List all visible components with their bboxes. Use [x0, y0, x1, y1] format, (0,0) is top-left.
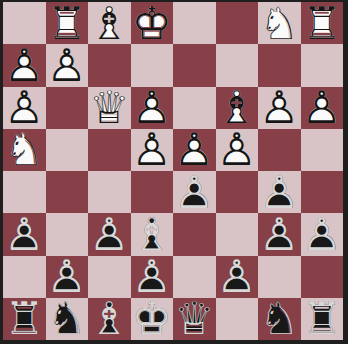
square-f3[interactable]: ♛♕ [88, 87, 131, 129]
white-pawn: ♟♙ [131, 129, 174, 171]
piece-glyph-outline: ♗ [88, 2, 131, 44]
piece-glyph-fill: ♟ [301, 87, 344, 129]
square-d6[interactable] [173, 213, 216, 255]
piece-glyph-outline: ♙ [216, 129, 259, 171]
black-pawn: ♟♙ [173, 171, 216, 213]
piece-glyph-fill: ♟ [216, 129, 259, 171]
piece-glyph-outline: ♖ [301, 2, 344, 44]
black-queen: ♛♕ [173, 298, 216, 340]
piece-glyph-fill: ♝ [216, 87, 259, 129]
piece-glyph-outline: ♙ [46, 256, 89, 298]
piece-glyph-outline: ♙ [131, 129, 174, 171]
white-pawn: ♟♙ [173, 129, 216, 171]
square-e2[interactable] [131, 44, 174, 86]
square-c6[interactable] [216, 213, 259, 255]
piece-glyph-outline: ♖ [3, 298, 46, 340]
piece-glyph-outline: ♘ [258, 2, 301, 44]
square-g6[interactable] [46, 213, 89, 255]
piece-glyph-fill: ♟ [173, 171, 216, 213]
square-c7[interactable]: ♟♙ [216, 256, 259, 298]
square-a6[interactable]: ♟♙ [301, 213, 344, 255]
square-d2[interactable] [173, 44, 216, 86]
black-rook: ♜♖ [3, 298, 46, 340]
white-pawn: ♟♙ [216, 129, 259, 171]
square-d3[interactable] [173, 87, 216, 129]
square-g5[interactable] [46, 171, 89, 213]
square-b6[interactable]: ♟♙ [258, 213, 301, 255]
square-e5[interactable] [131, 171, 174, 213]
black-pawn: ♟♙ [131, 256, 174, 298]
piece-glyph-outline: ♗ [216, 87, 259, 129]
square-c4[interactable]: ♟♙ [216, 129, 259, 171]
piece-glyph-outline: ♙ [173, 129, 216, 171]
square-f2[interactable] [88, 44, 131, 86]
piece-glyph-outline: ♘ [46, 298, 89, 340]
white-knight: ♞♘ [3, 129, 46, 171]
black-pawn: ♟♙ [216, 256, 259, 298]
square-f5[interactable] [88, 171, 131, 213]
white-bishop: ♝♗ [88, 2, 131, 44]
square-a3[interactable]: ♟♙ [301, 87, 344, 129]
square-b1[interactable]: ♞♘ [258, 2, 301, 44]
square-g2[interactable]: ♟♙ [46, 44, 89, 86]
square-e1[interactable]: ♚♔ [131, 2, 174, 44]
square-f8[interactable]: ♝♗ [88, 298, 131, 340]
piece-glyph-outline: ♙ [3, 213, 46, 255]
piece-glyph-fill: ♟ [131, 87, 174, 129]
black-pawn: ♟♙ [3, 213, 46, 255]
black-bishop: ♝♗ [88, 298, 131, 340]
square-e8[interactable]: ♚♔ [131, 298, 174, 340]
white-pawn: ♟♙ [3, 44, 46, 86]
piece-glyph-outline: ♙ [131, 87, 174, 129]
piece-glyph-fill: ♟ [258, 213, 301, 255]
white-pawn: ♟♙ [258, 87, 301, 129]
piece-glyph-outline: ♙ [46, 44, 89, 86]
square-g7[interactable]: ♟♙ [46, 256, 89, 298]
piece-glyph-fill: ♞ [3, 129, 46, 171]
white-pawn: ♟♙ [301, 87, 344, 129]
piece-glyph-fill: ♜ [301, 298, 344, 340]
square-f1[interactable]: ♝♗ [88, 2, 131, 44]
square-h3[interactable]: ♟♙ [3, 87, 46, 129]
square-a2[interactable] [301, 44, 344, 86]
square-d8[interactable]: ♛♕ [173, 298, 216, 340]
piece-glyph-outline: ♗ [88, 298, 131, 340]
piece-glyph-fill: ♟ [216, 256, 259, 298]
square-e6[interactable]: ♝♗ [131, 213, 174, 255]
square-g3[interactable] [46, 87, 89, 129]
piece-glyph-fill: ♟ [46, 256, 89, 298]
white-knight: ♞♘ [258, 2, 301, 44]
piece-glyph-fill: ♚ [131, 298, 174, 340]
black-pawn: ♟♙ [258, 213, 301, 255]
square-f7[interactable] [88, 256, 131, 298]
white-pawn: ♟♙ [131, 87, 174, 129]
black-pawn: ♟♙ [258, 171, 301, 213]
black-bishop: ♝♗ [131, 213, 174, 255]
black-knight: ♞♘ [46, 298, 89, 340]
piece-glyph-fill: ♟ [46, 44, 89, 86]
piece-glyph-fill: ♞ [258, 2, 301, 44]
piece-glyph-fill: ♝ [88, 2, 131, 44]
piece-glyph-fill: ♟ [131, 256, 174, 298]
piece-glyph-outline: ♙ [301, 213, 344, 255]
square-h8[interactable]: ♜♖ [3, 298, 46, 340]
piece-glyph-fill: ♚ [131, 2, 174, 44]
white-bishop: ♝♗ [216, 87, 259, 129]
piece-glyph-outline: ♔ [131, 2, 174, 44]
piece-glyph-outline: ♕ [173, 298, 216, 340]
piece-glyph-outline: ♙ [301, 87, 344, 129]
square-g4[interactable] [46, 129, 89, 171]
piece-glyph-fill: ♟ [173, 129, 216, 171]
square-h4[interactable]: ♞♘ [3, 129, 46, 171]
white-pawn: ♟♙ [46, 44, 89, 86]
square-h7[interactable] [3, 256, 46, 298]
square-c8[interactable] [216, 298, 259, 340]
piece-glyph-outline: ♘ [258, 298, 301, 340]
square-e3[interactable]: ♟♙ [131, 87, 174, 129]
piece-glyph-outline: ♙ [3, 44, 46, 86]
square-b4[interactable] [258, 129, 301, 171]
piece-glyph-fill: ♟ [3, 213, 46, 255]
white-pawn: ♟♙ [3, 87, 46, 129]
square-g1[interactable]: ♜♖ [46, 2, 89, 44]
piece-glyph-fill: ♟ [3, 44, 46, 86]
black-rook: ♜♖ [301, 298, 344, 340]
square-b5[interactable]: ♟♙ [258, 171, 301, 213]
piece-glyph-outline: ♖ [46, 2, 89, 44]
square-c2[interactable] [216, 44, 259, 86]
piece-glyph-fill: ♟ [3, 87, 46, 129]
square-b7[interactable] [258, 256, 301, 298]
piece-glyph-fill: ♞ [258, 298, 301, 340]
black-knight: ♞♘ [258, 298, 301, 340]
piece-glyph-outline: ♙ [3, 87, 46, 129]
square-g8[interactable]: ♞♘ [46, 298, 89, 340]
chess-board: ♜♖♝♗♚♔♞♘♜♖♟♙♟♙♟♙♛♕♟♙♝♗♟♙♟♙♞♘♟♙♟♙♟♙♟♙♟♙♟♙… [3, 2, 343, 340]
piece-glyph-fill: ♜ [46, 2, 89, 44]
square-h1[interactable] [3, 2, 46, 44]
piece-glyph-fill: ♟ [88, 213, 131, 255]
piece-glyph-fill: ♟ [301, 213, 344, 255]
white-rook: ♜♖ [301, 2, 344, 44]
piece-glyph-outline: ♙ [173, 171, 216, 213]
black-pawn: ♟♙ [88, 213, 131, 255]
piece-glyph-outline: ♙ [258, 87, 301, 129]
white-rook: ♜♖ [46, 2, 89, 44]
piece-glyph-outline: ♕ [88, 87, 131, 129]
square-b2[interactable] [258, 44, 301, 86]
square-h2[interactable]: ♟♙ [3, 44, 46, 86]
square-b3[interactable]: ♟♙ [258, 87, 301, 129]
piece-glyph-outline: ♗ [131, 213, 174, 255]
piece-glyph-fill: ♛ [88, 87, 131, 129]
piece-glyph-fill: ♞ [46, 298, 89, 340]
chess-board-frame: ♜♖♝♗♚♔♞♘♜♖♟♙♟♙♟♙♛♕♟♙♝♗♟♙♟♙♞♘♟♙♟♙♟♙♟♙♟♙♟♙… [0, 0, 348, 344]
piece-glyph-outline: ♔ [131, 298, 174, 340]
square-a5[interactable] [301, 171, 344, 213]
piece-glyph-fill: ♟ [258, 171, 301, 213]
piece-glyph-outline: ♖ [301, 298, 344, 340]
piece-glyph-outline: ♙ [258, 213, 301, 255]
square-c5[interactable] [216, 171, 259, 213]
piece-glyph-fill: ♝ [88, 298, 131, 340]
piece-glyph-fill: ♜ [3, 298, 46, 340]
piece-glyph-fill: ♛ [173, 298, 216, 340]
square-d7[interactable] [173, 256, 216, 298]
piece-glyph-outline: ♙ [88, 213, 131, 255]
square-b8[interactable]: ♞♘ [258, 298, 301, 340]
square-e4[interactable]: ♟♙ [131, 129, 174, 171]
black-pawn: ♟♙ [46, 256, 89, 298]
square-e7[interactable]: ♟♙ [131, 256, 174, 298]
white-king: ♚♔ [131, 2, 174, 44]
square-c1[interactable] [216, 2, 259, 44]
square-a7[interactable] [301, 256, 344, 298]
piece-glyph-outline: ♘ [3, 129, 46, 171]
square-h6[interactable]: ♟♙ [3, 213, 46, 255]
piece-glyph-fill: ♝ [131, 213, 174, 255]
square-a4[interactable] [301, 129, 344, 171]
piece-glyph-outline: ♙ [258, 171, 301, 213]
square-c3[interactable]: ♝♗ [216, 87, 259, 129]
black-pawn: ♟♙ [301, 213, 344, 255]
square-a1[interactable]: ♜♖ [301, 2, 344, 44]
piece-glyph-fill: ♟ [131, 129, 174, 171]
piece-glyph-outline: ♙ [216, 256, 259, 298]
piece-glyph-outline: ♙ [131, 256, 174, 298]
piece-glyph-fill: ♜ [301, 2, 344, 44]
piece-glyph-fill: ♟ [258, 87, 301, 129]
square-f4[interactable] [88, 129, 131, 171]
square-a8[interactable]: ♜♖ [301, 298, 344, 340]
square-d4[interactable]: ♟♙ [173, 129, 216, 171]
black-king: ♚♔ [131, 298, 174, 340]
square-d1[interactable] [173, 2, 216, 44]
square-h5[interactable] [3, 171, 46, 213]
white-queen: ♛♕ [88, 87, 131, 129]
square-f6[interactable]: ♟♙ [88, 213, 131, 255]
square-d5[interactable]: ♟♙ [173, 171, 216, 213]
